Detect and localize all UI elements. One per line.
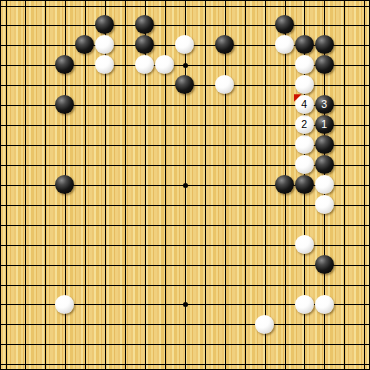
white-stone[interactable] — [315, 195, 334, 214]
black-stone[interactable] — [295, 35, 314, 54]
black-stone[interactable] — [315, 135, 334, 154]
black-stone[interactable] — [95, 15, 114, 34]
white-stone[interactable] — [295, 75, 314, 94]
black-stone[interactable] — [315, 155, 334, 174]
black-stone[interactable] — [55, 55, 74, 74]
white-stone[interactable] — [315, 175, 334, 194]
white-stone[interactable] — [255, 315, 274, 334]
white-stone[interactable] — [275, 35, 294, 54]
white-stone[interactable] — [155, 55, 174, 74]
white-stone[interactable] — [295, 235, 314, 254]
white-stone[interactable] — [295, 55, 314, 74]
black-stone[interactable] — [275, 15, 294, 34]
white-stone[interactable] — [295, 155, 314, 174]
white-stone[interactable] — [295, 135, 314, 154]
black-stone[interactable] — [315, 55, 334, 74]
black-stone-move-3[interactable]: 3 — [315, 95, 334, 114]
move-number-label: 2 — [301, 119, 307, 130]
white-stone[interactable] — [215, 75, 234, 94]
white-stone[interactable] — [95, 35, 114, 54]
black-stone[interactable] — [295, 175, 314, 194]
black-stone[interactable] — [135, 35, 154, 54]
white-stone[interactable] — [95, 55, 114, 74]
black-stone[interactable] — [75, 35, 94, 54]
move-number-label: 1 — [321, 119, 327, 130]
black-stone[interactable] — [135, 15, 154, 34]
move-number-label: 4 — [301, 99, 307, 110]
black-stone[interactable] — [175, 75, 194, 94]
white-stone[interactable] — [295, 295, 314, 314]
black-stone-move-1[interactable]: 1 — [315, 115, 334, 134]
white-stone[interactable] — [175, 35, 194, 54]
stones-layer: 1234 — [0, 0, 370, 370]
white-stone[interactable] — [315, 295, 334, 314]
black-stone[interactable] — [275, 175, 294, 194]
white-stone-move-2[interactable]: 2 — [295, 115, 314, 134]
black-stone[interactable] — [55, 175, 74, 194]
white-stone[interactable] — [135, 55, 154, 74]
black-stone[interactable] — [315, 35, 334, 54]
black-stone[interactable] — [315, 255, 334, 274]
black-stone[interactable] — [55, 95, 74, 114]
white-stone[interactable] — [55, 295, 74, 314]
go-board[interactable]: 1234 — [0, 0, 370, 370]
move-number-label: 3 — [321, 99, 327, 110]
black-stone[interactable] — [215, 35, 234, 54]
